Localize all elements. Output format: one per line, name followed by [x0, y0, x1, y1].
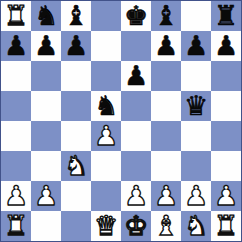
- square-b5[interactable]: [31, 91, 61, 121]
- piece-black-pawn: ♟: [4, 32, 28, 59]
- piece-white-knight: ♞: [64, 152, 88, 179]
- square-f6[interactable]: [151, 61, 181, 91]
- square-e5[interactable]: [121, 91, 151, 121]
- piece-white-queen: ♛: [94, 212, 118, 239]
- square-c2[interactable]: [61, 181, 91, 211]
- square-g4[interactable]: [181, 121, 211, 151]
- square-f4[interactable]: [151, 121, 181, 151]
- square-e3[interactable]: [121, 151, 151, 181]
- square-c5[interactable]: [61, 91, 91, 121]
- square-g8[interactable]: [181, 1, 211, 31]
- square-b3[interactable]: [31, 151, 61, 181]
- piece-white-pawn: ♟: [94, 122, 118, 149]
- square-f1[interactable]: ♝: [151, 211, 181, 241]
- square-e7[interactable]: [121, 31, 151, 61]
- piece-white-king: ♚: [124, 212, 148, 239]
- square-h6[interactable]: [211, 61, 241, 91]
- piece-black-rook: ♜: [214, 2, 238, 29]
- square-a7[interactable]: ♟: [1, 31, 31, 61]
- square-g5[interactable]: ♛: [181, 91, 211, 121]
- square-d1[interactable]: ♛: [91, 211, 121, 241]
- square-f8[interactable]: ♝: [151, 1, 181, 31]
- square-e6[interactable]: ♟: [121, 61, 151, 91]
- square-h7[interactable]: ♟: [211, 31, 241, 61]
- square-g3[interactable]: [181, 151, 211, 181]
- square-b1[interactable]: [31, 211, 61, 241]
- square-f3[interactable]: [151, 151, 181, 181]
- square-b2[interactable]: ♟: [31, 181, 61, 211]
- square-c4[interactable]: [61, 121, 91, 151]
- piece-white-rook: ♜: [4, 2, 28, 29]
- square-f7[interactable]: ♟: [151, 31, 181, 61]
- chess-board: ♜♞♝♚♝♜♟♟♟♟♟♟♟♞♛♟♞♟♟♟♟♟♟♜♛♚♝♞♜: [0, 0, 242, 242]
- square-g2[interactable]: ♟: [181, 181, 211, 211]
- piece-black-pawn: ♟: [184, 32, 208, 59]
- piece-black-pawn: ♟: [64, 32, 88, 59]
- square-h1[interactable]: ♜: [211, 211, 241, 241]
- piece-black-pawn: ♟: [154, 32, 178, 59]
- square-a3[interactable]: [1, 151, 31, 181]
- piece-black-pawn: ♟: [124, 62, 148, 89]
- square-a2[interactable]: ♟: [1, 181, 31, 211]
- square-f5[interactable]: [151, 91, 181, 121]
- piece-white-pawn: ♟: [4, 182, 28, 209]
- square-d2[interactable]: [91, 181, 121, 211]
- square-e1[interactable]: ♚: [121, 211, 151, 241]
- piece-white-pawn: ♟: [214, 182, 238, 209]
- square-b4[interactable]: [31, 121, 61, 151]
- square-c1[interactable]: [61, 211, 91, 241]
- piece-black-bishop: ♝: [64, 2, 88, 29]
- piece-white-rook: ♜: [214, 212, 238, 239]
- square-b8[interactable]: ♞: [31, 1, 61, 31]
- square-e2[interactable]: ♟: [121, 181, 151, 211]
- square-h5[interactable]: [211, 91, 241, 121]
- square-a6[interactable]: [1, 61, 31, 91]
- piece-black-pawn: ♟: [34, 32, 58, 59]
- square-a4[interactable]: [1, 121, 31, 151]
- piece-white-knight: ♞: [184, 212, 208, 239]
- square-h4[interactable]: [211, 121, 241, 151]
- square-h2[interactable]: ♟: [211, 181, 241, 211]
- square-c3[interactable]: ♞: [61, 151, 91, 181]
- piece-black-bishop: ♝: [154, 2, 178, 29]
- square-c6[interactable]: [61, 61, 91, 91]
- square-b6[interactable]: [31, 61, 61, 91]
- piece-black-knight: ♞: [94, 92, 118, 119]
- square-b7[interactable]: ♟: [31, 31, 61, 61]
- piece-white-bishop: ♝: [154, 212, 178, 239]
- piece-white-rook: ♜: [4, 212, 28, 239]
- square-a5[interactable]: [1, 91, 31, 121]
- square-d5[interactable]: ♞: [91, 91, 121, 121]
- square-d7[interactable]: [91, 31, 121, 61]
- piece-black-knight: ♞: [34, 2, 58, 29]
- square-g1[interactable]: ♞: [181, 211, 211, 241]
- square-g6[interactable]: [181, 61, 211, 91]
- square-d4[interactable]: ♟: [91, 121, 121, 151]
- square-e8[interactable]: ♚: [121, 1, 151, 31]
- piece-black-queen: ♛: [184, 92, 208, 119]
- square-c7[interactable]: ♟: [61, 31, 91, 61]
- square-a1[interactable]: ♜: [1, 211, 31, 241]
- square-h8[interactable]: ♜: [211, 1, 241, 31]
- piece-white-pawn: ♟: [184, 182, 208, 209]
- square-g7[interactable]: ♟: [181, 31, 211, 61]
- square-d3[interactable]: [91, 151, 121, 181]
- piece-black-pawn: ♟: [214, 32, 238, 59]
- piece-black-king: ♚: [124, 2, 148, 29]
- square-d8[interactable]: [91, 1, 121, 31]
- square-c8[interactable]: ♝: [61, 1, 91, 31]
- square-d6[interactable]: [91, 61, 121, 91]
- square-f2[interactable]: ♟: [151, 181, 181, 211]
- piece-white-pawn: ♟: [154, 182, 178, 209]
- square-h3[interactable]: [211, 151, 241, 181]
- square-e4[interactable]: [121, 121, 151, 151]
- square-a8[interactable]: ♜: [1, 1, 31, 31]
- piece-white-pawn: ♟: [124, 182, 148, 209]
- piece-white-pawn: ♟: [34, 182, 58, 209]
